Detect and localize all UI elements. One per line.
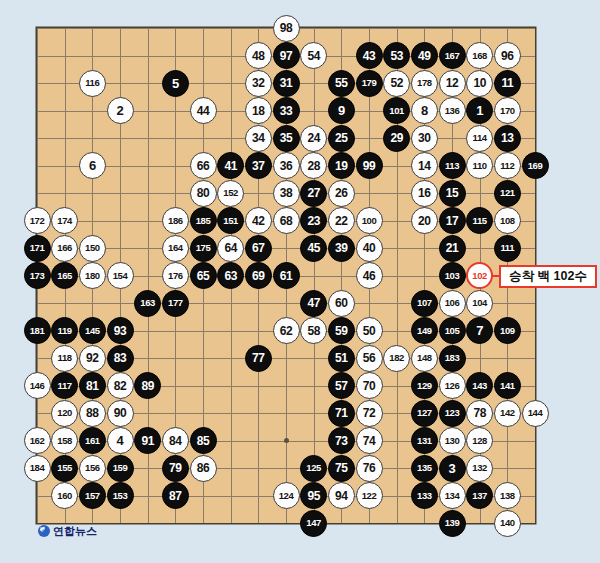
- stone-117: 117: [51, 372, 78, 399]
- stone-132: 132: [466, 455, 493, 482]
- stone-123: 123: [439, 400, 466, 427]
- stone-83: 83: [107, 345, 134, 372]
- stone-149: 149: [411, 317, 438, 344]
- stone-135: 135: [411, 455, 438, 482]
- stone-80: 80: [190, 180, 217, 207]
- stone-129: 129: [411, 372, 438, 399]
- stone-133: 133: [411, 482, 438, 509]
- stone-144: 144: [522, 400, 549, 427]
- stone-122: 122: [356, 482, 383, 509]
- stone-71: 71: [328, 400, 355, 427]
- stone-88: 88: [79, 400, 106, 427]
- stone-99: 99: [356, 152, 383, 179]
- stone-81: 81: [79, 372, 106, 399]
- annotation-text: 승착 백 102수: [509, 268, 587, 285]
- stone-106: 106: [439, 290, 466, 317]
- stone-160: 160: [51, 482, 78, 509]
- stone-62: 62: [273, 317, 300, 344]
- stone-142: 142: [494, 400, 521, 427]
- stone-89: 89: [134, 372, 161, 399]
- yonhap-news-icon: [38, 525, 50, 537]
- stone-156: 156: [79, 455, 106, 482]
- stone-93: 93: [107, 317, 134, 344]
- stone-112: 112: [494, 152, 521, 179]
- stone-184: 184: [24, 455, 51, 482]
- stone-134: 134: [439, 482, 466, 509]
- stone-170: 170: [494, 97, 521, 124]
- stone-70: 70: [356, 372, 383, 399]
- stone-124: 124: [273, 482, 300, 509]
- stone-7: 7: [466, 317, 493, 344]
- stone-110: 110: [466, 152, 493, 179]
- stone-4: 4: [107, 427, 134, 454]
- stone-158: 158: [51, 427, 78, 454]
- stone-11: 11: [494, 70, 521, 97]
- stone-90: 90: [107, 400, 134, 427]
- stone-186: 186: [162, 207, 189, 234]
- stone-36: 36: [273, 152, 300, 179]
- stone-54: 54: [300, 42, 327, 69]
- stone-98: 98: [273, 15, 300, 42]
- stone-115: 115: [466, 207, 493, 234]
- stone-41: 41: [217, 152, 244, 179]
- stone-40: 40: [356, 235, 383, 262]
- stone-50: 50: [356, 317, 383, 344]
- stone-97: 97: [273, 42, 300, 69]
- stone-175: 175: [190, 235, 217, 262]
- stone-53: 53: [383, 42, 410, 69]
- stone-116: 116: [79, 70, 106, 97]
- stone-31: 31: [273, 70, 300, 97]
- stone-109: 109: [494, 317, 521, 344]
- stone-113: 113: [439, 152, 466, 179]
- stone-180: 180: [79, 262, 106, 289]
- stone-24: 24: [300, 125, 327, 152]
- stones-layer: 1234567891011121314151617181920212223242…: [37, 28, 535, 523]
- go-game-diagram: 1234567891011121314151617181920212223242…: [0, 0, 600, 563]
- stone-18: 18: [245, 97, 272, 124]
- stone-100: 100: [356, 207, 383, 234]
- stone-51: 51: [328, 345, 355, 372]
- stone-73: 73: [328, 427, 355, 454]
- stone-102: 102: [466, 262, 493, 289]
- stone-157: 157: [79, 482, 106, 509]
- stone-85: 85: [190, 427, 217, 454]
- stone-17: 17: [439, 207, 466, 234]
- stone-140: 140: [494, 510, 521, 537]
- stone-78: 78: [466, 400, 493, 427]
- stone-121: 121: [494, 180, 521, 207]
- stone-166: 166: [51, 235, 78, 262]
- stone-25: 25: [328, 125, 355, 152]
- stone-105: 105: [439, 317, 466, 344]
- stone-58: 58: [300, 317, 327, 344]
- annotation-box: 승착 백 102수: [499, 265, 597, 288]
- stone-107: 107: [411, 290, 438, 317]
- stone-42: 42: [245, 207, 272, 234]
- stone-168: 168: [466, 42, 493, 69]
- stone-79: 79: [162, 455, 189, 482]
- stone-48: 48: [245, 42, 272, 69]
- stone-86: 86: [190, 455, 217, 482]
- stone-96: 96: [494, 42, 521, 69]
- stone-68: 68: [273, 207, 300, 234]
- stone-87: 87: [162, 482, 189, 509]
- stone-35: 35: [273, 125, 300, 152]
- yonhap-news-logo: 연합뉴스: [38, 523, 97, 539]
- stone-61: 61: [273, 262, 300, 289]
- stone-126: 126: [439, 372, 466, 399]
- stone-161: 161: [79, 427, 106, 454]
- stone-23: 23: [300, 207, 327, 234]
- stone-75: 75: [328, 455, 355, 482]
- stone-101: 101: [383, 97, 410, 124]
- stone-60: 60: [328, 290, 355, 317]
- stone-108: 108: [494, 207, 521, 234]
- stone-145: 145: [79, 317, 106, 344]
- stone-65: 65: [190, 262, 217, 289]
- stone-15: 15: [439, 180, 466, 207]
- stone-13: 13: [494, 125, 521, 152]
- stone-59: 59: [328, 317, 355, 344]
- stone-5: 5: [162, 70, 189, 97]
- stone-63: 63: [217, 262, 244, 289]
- stone-76: 76: [356, 455, 383, 482]
- stone-127: 127: [411, 400, 438, 427]
- stone-29: 29: [383, 125, 410, 152]
- stone-103: 103: [439, 262, 466, 289]
- stone-173: 173: [24, 262, 51, 289]
- stone-179: 179: [356, 70, 383, 97]
- stone-74: 74: [356, 427, 383, 454]
- stone-67: 67: [245, 235, 272, 262]
- stone-138: 138: [494, 482, 521, 509]
- stone-47: 47: [300, 290, 327, 317]
- stone-114: 114: [466, 125, 493, 152]
- stone-9: 9: [328, 97, 355, 124]
- stone-136: 136: [439, 97, 466, 124]
- stone-19: 19: [328, 152, 355, 179]
- stone-10: 10: [466, 70, 493, 97]
- stone-164: 164: [162, 235, 189, 262]
- stone-165: 165: [51, 262, 78, 289]
- star-point: [284, 438, 289, 443]
- stone-162: 162: [24, 427, 51, 454]
- go-board: 1234567891011121314151617181920212223242…: [37, 28, 535, 523]
- stone-82: 82: [107, 372, 134, 399]
- stone-91: 91: [134, 427, 161, 454]
- stone-1: 1: [466, 97, 493, 124]
- stone-182: 182: [383, 345, 410, 372]
- stone-52: 52: [383, 70, 410, 97]
- stone-104: 104: [466, 290, 493, 317]
- stone-46: 46: [356, 262, 383, 289]
- stone-38: 38: [273, 180, 300, 207]
- stone-26: 26: [328, 180, 355, 207]
- stone-92: 92: [79, 345, 106, 372]
- stone-32: 32: [245, 70, 272, 97]
- stone-39: 39: [328, 235, 355, 262]
- stone-118: 118: [51, 345, 78, 372]
- stone-154: 154: [107, 262, 134, 289]
- stone-120: 120: [51, 400, 78, 427]
- stone-28: 28: [300, 152, 327, 179]
- stone-163: 163: [134, 290, 161, 317]
- stone-146: 146: [24, 372, 51, 399]
- stone-16: 16: [411, 180, 438, 207]
- stone-177: 177: [162, 290, 189, 317]
- stone-176: 176: [162, 262, 189, 289]
- stone-131: 131: [411, 427, 438, 454]
- stone-172: 172: [24, 207, 51, 234]
- stone-128: 128: [466, 427, 493, 454]
- stone-2: 2: [107, 97, 134, 124]
- stone-72: 72: [356, 400, 383, 427]
- stone-130: 130: [439, 427, 466, 454]
- stone-183: 183: [439, 345, 466, 372]
- stone-37: 37: [245, 152, 272, 179]
- stone-20: 20: [411, 207, 438, 234]
- stone-139: 139: [439, 510, 466, 537]
- stone-171: 171: [24, 235, 51, 262]
- stone-27: 27: [300, 180, 327, 207]
- stone-159: 159: [107, 455, 134, 482]
- stone-45: 45: [300, 235, 327, 262]
- stone-111: 111: [494, 235, 521, 262]
- stone-69: 69: [245, 262, 272, 289]
- stone-148: 148: [411, 345, 438, 372]
- stone-152: 152: [217, 180, 244, 207]
- stone-43: 43: [356, 42, 383, 69]
- stone-3: 3: [439, 455, 466, 482]
- stone-155: 155: [51, 455, 78, 482]
- stone-30: 30: [411, 125, 438, 152]
- stone-21: 21: [439, 235, 466, 262]
- stone-66: 66: [190, 152, 217, 179]
- stone-153: 153: [107, 482, 134, 509]
- stone-6: 6: [79, 152, 106, 179]
- stone-34: 34: [245, 125, 272, 152]
- stone-49: 49: [411, 42, 438, 69]
- stone-55: 55: [328, 70, 355, 97]
- stone-185: 185: [190, 207, 217, 234]
- stone-12: 12: [439, 70, 466, 97]
- stone-174: 174: [51, 207, 78, 234]
- stone-169: 169: [522, 152, 549, 179]
- stone-95: 95: [300, 482, 327, 509]
- yonhap-news-logo-text: 연합뉴스: [53, 524, 97, 539]
- stone-167: 167: [439, 42, 466, 69]
- stone-147: 147: [300, 510, 327, 537]
- stone-44: 44: [190, 97, 217, 124]
- stone-33: 33: [273, 97, 300, 124]
- stone-150: 150: [79, 235, 106, 262]
- stone-125: 125: [300, 455, 327, 482]
- stone-8: 8: [411, 97, 438, 124]
- stone-64: 64: [217, 235, 244, 262]
- stone-56: 56: [356, 345, 383, 372]
- stone-119: 119: [51, 317, 78, 344]
- stone-57: 57: [328, 372, 355, 399]
- stone-22: 22: [328, 207, 355, 234]
- stone-137: 137: [466, 482, 493, 509]
- stone-181: 181: [24, 317, 51, 344]
- stone-143: 143: [466, 372, 493, 399]
- stone-141: 141: [494, 372, 521, 399]
- stone-14: 14: [411, 152, 438, 179]
- stone-94: 94: [328, 482, 355, 509]
- stone-77: 77: [245, 345, 272, 372]
- stone-151: 151: [217, 207, 244, 234]
- stone-178: 178: [411, 70, 438, 97]
- stone-84: 84: [162, 427, 189, 454]
